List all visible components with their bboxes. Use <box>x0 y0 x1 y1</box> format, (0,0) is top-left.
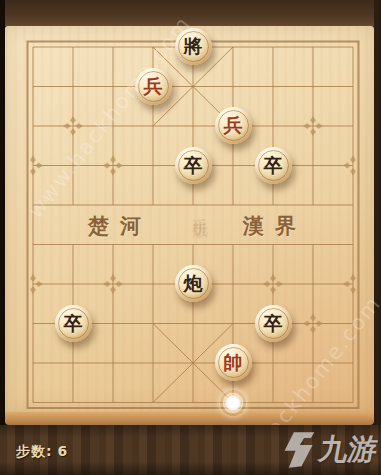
board-intersection[interactable]: 將 <box>173 27 213 67</box>
piece-glyph: 帥 <box>224 353 243 372</box>
last-move-glow-marker <box>220 390 246 416</box>
board-intersection[interactable]: 卒 <box>253 146 293 186</box>
piece-grid: 將兵兵卒卒炮卒卒帥 <box>13 27 373 422</box>
steps-label: 步数: <box>16 443 53 459</box>
piece-glyph: 兵 <box>224 116 243 135</box>
board-intersection[interactable]: 兵 <box>213 106 253 146</box>
steps-counter: 步数:6 <box>16 443 68 461</box>
board-intersection[interactable]: 卒 <box>53 304 93 344</box>
piece-glyph: 卒 <box>264 314 283 333</box>
xiangqi-piece-炮-black[interactable]: 炮 <box>175 265 212 302</box>
xiangqi-piece-卒-black[interactable]: 卒 <box>55 305 92 342</box>
piece-glyph: 兵 <box>144 77 163 96</box>
xiangqi-piece-帥-red[interactable]: 帥 <box>215 344 252 381</box>
steps-value: 6 <box>58 443 69 459</box>
piece-glyph: 卒 <box>264 156 283 175</box>
right-frame-strip <box>374 0 381 475</box>
xiangqi-piece-兵-red[interactable]: 兵 <box>135 68 172 105</box>
board-intersection[interactable]: 卒 <box>253 304 293 344</box>
piece-glyph: 卒 <box>64 314 83 333</box>
top-wood-bar <box>5 0 374 26</box>
piece-glyph: 將 <box>184 37 203 56</box>
board-intersection[interactable]: 帥 <box>213 343 253 383</box>
xiangqi-piece-卒-black[interactable]: 卒 <box>255 305 292 342</box>
xiangqi-piece-卒-black[interactable]: 卒 <box>255 147 292 184</box>
xiangqi-piece-兵-red[interactable]: 兵 <box>215 107 252 144</box>
piece-glyph: 卒 <box>184 156 203 175</box>
board-intersection[interactable]: 兵 <box>133 67 173 107</box>
game-screen: 楚河 漢界 將兵兵卒卒炮卒卒帥 www.hackhome.com www.hac… <box>0 0 381 475</box>
xiangqi-piece-卒-black[interactable]: 卒 <box>175 147 212 184</box>
xiangqi-piece-將-black[interactable]: 將 <box>175 28 212 65</box>
board-intersection[interactable]: 卒 <box>173 146 213 186</box>
piece-glyph: 炮 <box>184 274 203 293</box>
board-intersection[interactable]: 炮 <box>173 264 213 304</box>
